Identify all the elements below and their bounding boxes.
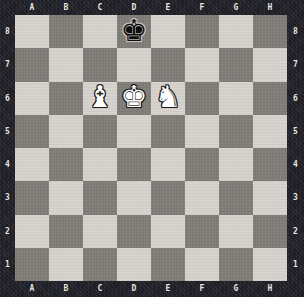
- square-c8[interactable]: [83, 15, 117, 48]
- square-d8[interactable]: ♚: [117, 15, 151, 48]
- square-a4[interactable]: [15, 148, 49, 181]
- rank-label-1: 1: [287, 248, 304, 281]
- square-f2[interactable]: [185, 215, 219, 248]
- square-c4[interactable]: [83, 148, 117, 181]
- rank-label-8: 8: [287, 15, 304, 48]
- square-a8[interactable]: [15, 15, 49, 48]
- square-d1[interactable]: [117, 248, 151, 281]
- file-label-h: H: [253, 282, 287, 297]
- square-e3[interactable]: [151, 181, 185, 214]
- square-b1[interactable]: [49, 248, 83, 281]
- square-e7[interactable]: [151, 48, 185, 81]
- rank-label-5: 5: [287, 115, 304, 148]
- square-h7[interactable]: [253, 48, 287, 81]
- file-label-g: G: [219, 1, 253, 15]
- file-label-c: C: [83, 1, 117, 15]
- rank-label-2: 2: [287, 215, 304, 248]
- square-f8[interactable]: [185, 15, 219, 48]
- piece-white-king[interactable]: ♚: [121, 82, 148, 112]
- square-a5[interactable]: [15, 115, 49, 148]
- square-f6[interactable]: [185, 82, 219, 115]
- square-c7[interactable]: [83, 48, 117, 81]
- board: ♚♝♚♞: [15, 15, 287, 281]
- square-g6[interactable]: [219, 82, 253, 115]
- square-g2[interactable]: [219, 215, 253, 248]
- square-g1[interactable]: [219, 248, 253, 281]
- square-g3[interactable]: [219, 181, 253, 214]
- square-e8[interactable]: [151, 15, 185, 48]
- square-e2[interactable]: [151, 215, 185, 248]
- square-h5[interactable]: [253, 115, 287, 148]
- square-f7[interactable]: [185, 48, 219, 81]
- square-b3[interactable]: [49, 181, 83, 214]
- square-c3[interactable]: [83, 181, 117, 214]
- rank-labels-right: 87654321: [287, 15, 304, 281]
- rank-label-8: 8: [0, 15, 15, 48]
- square-h2[interactable]: [253, 215, 287, 248]
- rank-label-3: 3: [287, 181, 304, 214]
- square-g4[interactable]: [219, 148, 253, 181]
- file-label-e: E: [151, 282, 185, 297]
- square-b5[interactable]: [49, 115, 83, 148]
- file-label-h: H: [253, 1, 287, 15]
- square-d5[interactable]: [117, 115, 151, 148]
- square-f4[interactable]: [185, 148, 219, 181]
- file-label-d: D: [117, 1, 151, 15]
- square-b8[interactable]: [49, 15, 83, 48]
- square-h6[interactable]: [253, 82, 287, 115]
- square-a6[interactable]: [15, 82, 49, 115]
- square-c1[interactable]: [83, 248, 117, 281]
- square-c2[interactable]: [83, 215, 117, 248]
- piece-white-bishop[interactable]: ♝: [87, 82, 114, 112]
- file-label-b: B: [49, 1, 83, 15]
- square-f1[interactable]: [185, 248, 219, 281]
- square-h4[interactable]: [253, 148, 287, 181]
- square-b4[interactable]: [49, 148, 83, 181]
- square-e1[interactable]: [151, 248, 185, 281]
- chessboard-frame: ABCDEFGH ABCDEFGH 87654321 87654321 ♚♝♚♞: [0, 0, 304, 297]
- file-label-g: G: [219, 282, 253, 297]
- rank-label-4: 4: [287, 148, 304, 181]
- file-label-f: F: [185, 1, 219, 15]
- square-h3[interactable]: [253, 181, 287, 214]
- piece-black-king[interactable]: ♚: [121, 16, 148, 46]
- file-labels-bottom: ABCDEFGH: [15, 282, 287, 297]
- rank-label-2: 2: [0, 215, 15, 248]
- rank-labels-left: 87654321: [0, 15, 15, 281]
- square-a7[interactable]: [15, 48, 49, 81]
- square-d7[interactable]: [117, 48, 151, 81]
- square-f3[interactable]: [185, 181, 219, 214]
- square-b6[interactable]: [49, 82, 83, 115]
- file-label-d: D: [117, 282, 151, 297]
- square-a1[interactable]: [15, 248, 49, 281]
- square-d6[interactable]: ♚: [117, 82, 151, 115]
- file-label-e: E: [151, 1, 185, 15]
- square-g8[interactable]: [219, 15, 253, 48]
- square-d4[interactable]: [117, 148, 151, 181]
- rank-label-7: 7: [0, 48, 15, 81]
- square-b2[interactable]: [49, 215, 83, 248]
- file-label-f: F: [185, 282, 219, 297]
- square-c5[interactable]: [83, 115, 117, 148]
- square-b7[interactable]: [49, 48, 83, 81]
- rank-label-1: 1: [0, 248, 15, 281]
- square-g5[interactable]: [219, 115, 253, 148]
- file-label-c: C: [83, 282, 117, 297]
- square-h8[interactable]: [253, 15, 287, 48]
- square-d3[interactable]: [117, 181, 151, 214]
- square-e5[interactable]: [151, 115, 185, 148]
- square-d2[interactable]: [117, 215, 151, 248]
- rank-label-6: 6: [287, 82, 304, 115]
- square-g7[interactable]: [219, 48, 253, 81]
- rank-label-3: 3: [0, 181, 15, 214]
- rank-label-5: 5: [0, 115, 15, 148]
- square-f5[interactable]: [185, 115, 219, 148]
- square-a3[interactable]: [15, 181, 49, 214]
- square-a2[interactable]: [15, 215, 49, 248]
- square-c6[interactable]: ♝: [83, 82, 117, 115]
- square-h1[interactable]: [253, 248, 287, 281]
- piece-white-knight[interactable]: ♞: [155, 82, 182, 112]
- file-label-b: B: [49, 282, 83, 297]
- rank-label-4: 4: [0, 148, 15, 181]
- square-e6[interactable]: ♞: [151, 82, 185, 115]
- square-e4[interactable]: [151, 148, 185, 181]
- file-label-a: A: [15, 1, 49, 15]
- file-labels-top: ABCDEFGH: [15, 1, 287, 15]
- rank-label-7: 7: [287, 48, 304, 81]
- file-label-a: A: [15, 282, 49, 297]
- rank-label-6: 6: [0, 82, 15, 115]
